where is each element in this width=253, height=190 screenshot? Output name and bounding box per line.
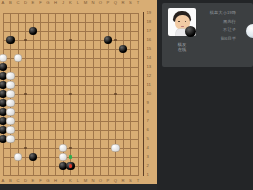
white-stone (6, 126, 15, 135)
white-stone (6, 72, 15, 81)
star-point (114, 93, 116, 95)
coord-number-right: 7 (147, 119, 149, 123)
white-stone (6, 81, 15, 90)
white-stone (59, 153, 68, 162)
grid-hline (3, 13, 139, 14)
coord-number-right: 16 (147, 38, 152, 42)
coord-number-right: 6 (147, 128, 149, 132)
coord-letter-bottom: K (69, 179, 72, 183)
white-stone (59, 144, 68, 153)
coord-number-right: 1 (147, 173, 149, 177)
coord-number-right: 4 (147, 146, 149, 150)
coord-letter-bottom: F (39, 179, 42, 183)
star-point (24, 147, 26, 149)
coord-letter-bottom: J (62, 179, 64, 183)
coord-letter-bottom: R (121, 179, 124, 183)
star-point (24, 93, 26, 95)
coord-letter-top: H (54, 1, 57, 5)
suggested-point-marker (69, 155, 72, 158)
coord-letter-bottom: T (137, 179, 140, 183)
coord-letter-bottom: H (54, 179, 57, 183)
grid-hline (3, 22, 139, 23)
coord-letter-top: D (24, 1, 27, 5)
black-stone (0, 63, 7, 72)
go-app-window: AABBCCDDEEFFGGHHJJKKLLMMNNOOPPQQRRSSTT19… (0, 0, 253, 190)
black-stone (104, 36, 113, 45)
coord-number-right: 12 (147, 74, 152, 78)
grid-hline (3, 103, 139, 104)
white-stone (6, 108, 15, 117)
coord-letter-top: N (91, 1, 94, 5)
avatar-mouth-icon (181, 26, 184, 27)
grid-hline (3, 31, 139, 32)
coord-number-right: 11 (147, 83, 151, 87)
coord-letter-top: C (16, 1, 19, 5)
coord-letter-top: F (39, 1, 42, 5)
game-info-line: 贴6目半 (190, 35, 236, 44)
white-stone (6, 90, 15, 99)
game-info-line: 不让子 (190, 26, 236, 35)
grid-hline (3, 58, 139, 59)
side-panel: 棋友 在线 棋盘大小19路黑先行不让子贴6目半 ↩●◎▤⚙ (157, 0, 253, 190)
coord-number-right: 18 (147, 20, 152, 24)
coord-letter-top: T (137, 1, 140, 5)
coord-letter-bottom: Q (114, 179, 117, 183)
coord-number-right: 14 (147, 56, 152, 60)
star-point (69, 93, 71, 95)
game-info-line: 黑先行 (190, 18, 236, 27)
coord-number-right: 8 (147, 110, 149, 114)
coord-letter-top: J (62, 1, 64, 5)
last-move-marker (69, 164, 72, 167)
coord-number-right: 5 (147, 137, 149, 141)
coord-letter-bottom: B (9, 179, 12, 183)
coord-letter-bottom: L (77, 179, 79, 183)
coord-letter-top: G (46, 1, 49, 5)
coord-number-right: 9 (147, 101, 149, 105)
coord-letter-top: K (69, 1, 72, 5)
game-info-line: 棋盘大小19路 (190, 9, 236, 18)
coord-letter-top: M (84, 1, 88, 5)
coord-letter-bottom: G (46, 179, 49, 183)
black-stone (29, 153, 38, 162)
board-right-frame (143, 12, 144, 176)
coord-letter-bottom: C (16, 179, 19, 183)
go-board[interactable]: AABBCCDDEEFFGGHHJJKKLLMMNNOOPPQQRRSSTT19… (0, 0, 157, 184)
coord-letter-bottom: A (2, 179, 5, 183)
star-point (24, 39, 26, 41)
coord-letter-top: R (121, 1, 124, 5)
coord-number-right: 10 (147, 92, 152, 96)
black-stone (29, 27, 38, 36)
star-point (69, 39, 71, 41)
white-stone (6, 117, 15, 126)
coord-letter-bottom: O (99, 179, 102, 183)
white-stone (6, 99, 15, 108)
coord-number-right: 19 (147, 11, 152, 15)
grid-hline (3, 76, 139, 77)
coord-letter-top: S (129, 1, 132, 5)
black-stone (119, 45, 128, 54)
grid-hline (3, 112, 139, 113)
star-point (69, 147, 71, 149)
coord-letter-bottom: D (24, 179, 27, 183)
coord-letter-top: B (9, 1, 12, 5)
coord-letter-top: Q (114, 1, 117, 5)
coord-letter-bottom: N (91, 179, 94, 183)
coord-letter-bottom: M (84, 179, 88, 183)
white-stone (111, 144, 120, 153)
coord-number-right: 17 (147, 29, 152, 33)
player-status-text: 在线 (164, 47, 200, 52)
coord-letter-top: L (77, 1, 79, 5)
grid-hline (3, 85, 139, 86)
grid-hline (3, 67, 139, 68)
coord-number-right: 15 (147, 47, 152, 51)
coord-number-right: 2 (147, 164, 149, 168)
white-stone (0, 54, 7, 63)
white-stone (6, 135, 15, 144)
grid-hline (3, 121, 139, 122)
grid-hline (3, 175, 139, 176)
coord-number-right: 3 (147, 155, 149, 159)
black-stone (6, 36, 15, 45)
coord-letter-top: E (32, 1, 35, 5)
white-stone (14, 153, 23, 162)
white-stone-icon (246, 24, 253, 38)
coord-letter-bottom: E (32, 179, 35, 183)
grid-hline (3, 130, 139, 131)
star-point (114, 39, 116, 41)
white-stone (14, 54, 23, 63)
board-bottom-strip (0, 184, 157, 190)
coord-letter-top: O (99, 1, 102, 5)
game-info-card: 棋友 在线 棋盘大小19路黑先行不让子贴6目半 (162, 3, 253, 67)
coord-letter-top: P (107, 1, 110, 5)
coord-letter-bottom: P (107, 179, 110, 183)
coord-letter-top: A (2, 1, 5, 5)
coord-letter-bottom: S (129, 179, 132, 183)
game-rules-info: 棋盘大小19路黑先行不让子贴6目半 (190, 9, 236, 44)
coord-number-right: 13 (147, 65, 152, 69)
grid-hline (3, 139, 139, 140)
